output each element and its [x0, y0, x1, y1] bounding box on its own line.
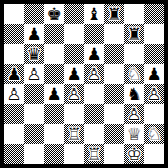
square-f1[interactable]	[104, 144, 124, 164]
square-d6[interactable]	[64, 44, 84, 64]
square-h2[interactable]: ♞♘	[144, 124, 164, 144]
piece-white-knight[interactable]: ♞♘	[144, 124, 164, 144]
white-king-icon: ♔	[124, 144, 144, 164]
square-b1[interactable]	[24, 144, 44, 164]
piece-black-pawn[interactable]: ♟♟	[4, 64, 24, 84]
square-c5[interactable]	[44, 64, 64, 84]
black-bishop-icon: ♝	[84, 4, 104, 24]
square-e4[interactable]	[84, 84, 104, 104]
square-f3[interactable]	[104, 104, 124, 124]
square-f8[interactable]: ♜♜	[104, 4, 124, 24]
piece-white-pawn[interactable]: ♟♙	[124, 104, 144, 124]
piece-white-king[interactable]: ♚♔	[124, 144, 144, 164]
black-king-icon: ♚	[44, 4, 64, 24]
square-h4[interactable]: ♟♙	[144, 84, 164, 104]
square-b6[interactable]: ♛♛	[24, 44, 44, 64]
black-pawn-icon: ♟	[24, 24, 44, 44]
square-b2[interactable]	[24, 124, 44, 144]
chess-board: ♚♚♝♝♜♜♟♟♜♜♛♛♟♟♟♟♟♙♟♟♟♙♞♘♟♟♟♙♟♟♟♙♞♞♟♙♟♙♜♖…	[4, 4, 164, 164]
square-d3[interactable]	[64, 104, 84, 124]
piece-black-queen[interactable]: ♛♛	[24, 44, 44, 64]
piece-white-pawn[interactable]: ♟♙	[84, 64, 104, 84]
square-f6[interactable]	[104, 44, 124, 64]
piece-black-rook[interactable]: ♜♜	[124, 24, 144, 44]
square-g4[interactable]: ♞♞	[124, 84, 144, 104]
black-rook-icon: ♜	[104, 4, 124, 24]
square-d8[interactable]	[64, 4, 84, 24]
piece-black-king[interactable]: ♚♚	[44, 4, 64, 24]
white-knight-icon: ♘	[124, 64, 144, 84]
square-e3[interactable]	[84, 104, 104, 124]
square-c8[interactable]: ♚♚	[44, 4, 64, 24]
black-knight-icon: ♞	[124, 84, 144, 104]
white-queen-icon: ♕	[124, 124, 144, 144]
square-c4[interactable]: ♟♟	[44, 84, 64, 104]
piece-black-knight[interactable]: ♞♞	[124, 84, 144, 104]
piece-white-rook[interactable]: ♜♖	[64, 124, 84, 144]
square-d1[interactable]	[64, 144, 84, 164]
white-knight-icon: ♘	[144, 124, 164, 144]
square-h7[interactable]	[144, 24, 164, 44]
black-rook-icon: ♜	[124, 24, 144, 44]
square-f4[interactable]	[104, 84, 124, 104]
square-h1[interactable]	[144, 144, 164, 164]
piece-black-pawn[interactable]: ♟♟	[24, 24, 44, 44]
square-h5[interactable]: ♟♟	[144, 64, 164, 84]
black-pawn-icon: ♟	[64, 64, 84, 84]
square-g8[interactable]	[124, 4, 144, 24]
piece-black-pawn[interactable]: ♟♟	[144, 64, 164, 84]
chess-diagram: ♚♚♝♝♜♜♟♟♜♜♛♛♟♟♟♟♟♙♟♟♟♙♞♘♟♟♟♙♟♟♟♙♞♞♟♙♟♙♜♖…	[0, 0, 168, 168]
piece-white-rook[interactable]: ♜♖	[84, 144, 104, 164]
square-e8[interactable]: ♝♝	[84, 4, 104, 24]
piece-white-pawn[interactable]: ♟♙	[64, 84, 84, 104]
square-g5[interactable]: ♞♘	[124, 64, 144, 84]
square-a5[interactable]: ♟♟	[4, 64, 24, 84]
white-pawn-icon: ♙	[124, 104, 144, 124]
piece-white-knight[interactable]: ♞♘	[124, 64, 144, 84]
square-a7[interactable]	[4, 24, 24, 44]
piece-white-pawn[interactable]: ♟♙	[4, 84, 24, 104]
square-a1[interactable]	[4, 144, 24, 164]
square-c1[interactable]	[44, 144, 64, 164]
square-h8[interactable]	[144, 4, 164, 24]
square-c7[interactable]	[44, 24, 64, 44]
square-c2[interactable]	[44, 124, 64, 144]
square-b7[interactable]: ♟♟	[24, 24, 44, 44]
square-e6[interactable]: ♟♟	[84, 44, 104, 64]
square-a6[interactable]	[4, 44, 24, 64]
piece-black-pawn[interactable]: ♟♟	[64, 64, 84, 84]
white-rook-icon: ♖	[84, 144, 104, 164]
square-g2[interactable]: ♛♕	[124, 124, 144, 144]
square-a2[interactable]	[4, 124, 24, 144]
white-pawn-icon: ♙	[144, 84, 164, 104]
square-e2[interactable]	[84, 124, 104, 144]
square-c6[interactable]	[44, 44, 64, 64]
piece-black-rook[interactable]: ♜♜	[104, 4, 124, 24]
white-pawn-icon: ♙	[24, 64, 44, 84]
square-f7[interactable]	[104, 24, 124, 44]
square-c3[interactable]	[44, 104, 64, 124]
piece-black-pawn[interactable]: ♟♟	[44, 84, 64, 104]
piece-white-pawn[interactable]: ♟♙	[144, 84, 164, 104]
black-pawn-icon: ♟	[84, 44, 104, 64]
black-pawn-icon: ♟	[144, 64, 164, 84]
white-pawn-icon: ♙	[84, 64, 104, 84]
piece-black-bishop[interactable]: ♝♝	[84, 4, 104, 24]
piece-white-queen[interactable]: ♛♕	[124, 124, 144, 144]
square-b3[interactable]	[24, 104, 44, 124]
white-pawn-icon: ♙	[4, 84, 24, 104]
piece-black-pawn[interactable]: ♟♟	[84, 44, 104, 64]
square-f2[interactable]	[104, 124, 124, 144]
square-a4[interactable]: ♟♙	[4, 84, 24, 104]
square-h3[interactable]	[144, 104, 164, 124]
square-d5[interactable]: ♟♟	[64, 64, 84, 84]
square-a8[interactable]	[4, 4, 24, 24]
square-d2[interactable]: ♜♖	[64, 124, 84, 144]
white-rook-icon: ♖	[64, 124, 84, 144]
white-pawn-icon: ♙	[64, 84, 84, 104]
square-g6[interactable]	[124, 44, 144, 64]
square-g7[interactable]: ♜♜	[124, 24, 144, 44]
square-e7[interactable]	[84, 24, 104, 44]
square-a3[interactable]	[4, 104, 24, 124]
piece-white-pawn[interactable]: ♟♙	[24, 64, 44, 84]
square-d4[interactable]: ♟♙	[64, 84, 84, 104]
square-g3[interactable]: ♟♙	[124, 104, 144, 124]
square-e1[interactable]: ♜♖	[84, 144, 104, 164]
square-f5[interactable]	[104, 64, 124, 84]
square-d7[interactable]	[64, 24, 84, 44]
black-queen-icon: ♛	[24, 44, 44, 64]
square-e5[interactable]: ♟♙	[84, 64, 104, 84]
black-pawn-icon: ♟	[4, 64, 24, 84]
square-b5[interactable]: ♟♙	[24, 64, 44, 84]
square-b8[interactable]	[24, 4, 44, 24]
square-g1[interactable]: ♚♔	[124, 144, 144, 164]
square-b4[interactable]	[24, 84, 44, 104]
square-h6[interactable]	[144, 44, 164, 64]
black-pawn-icon: ♟	[44, 84, 64, 104]
